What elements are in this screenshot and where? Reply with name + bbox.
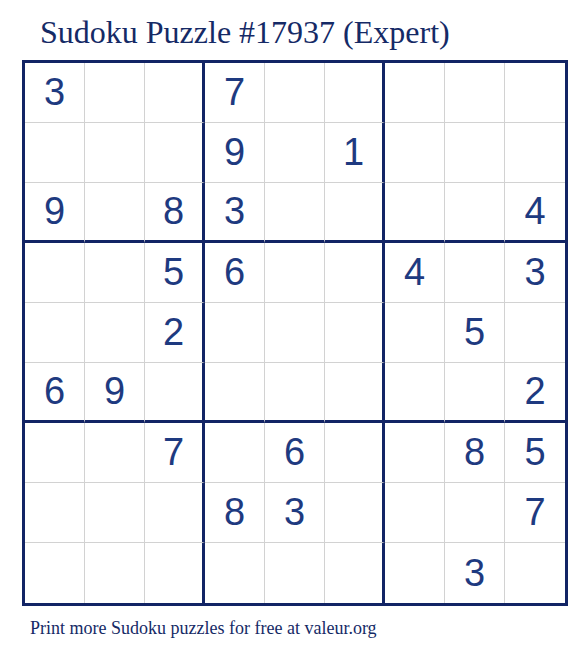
- cell-r5c7[interactable]: [385, 303, 445, 363]
- cell-r8c5[interactable]: 3: [265, 483, 325, 543]
- cell-r5c2[interactable]: [85, 303, 145, 363]
- cell-r7c1[interactable]: [25, 423, 85, 483]
- cell-r1c7[interactable]: [385, 63, 445, 123]
- cell-r3c5[interactable]: [265, 183, 325, 243]
- cell-r2c4[interactable]: 9: [205, 123, 265, 183]
- cell-r9c2[interactable]: [85, 543, 145, 603]
- cell-r5c9[interactable]: [505, 303, 565, 363]
- cell-r1c4[interactable]: 7: [205, 63, 265, 123]
- cell-r8c2[interactable]: [85, 483, 145, 543]
- cell-r4c6[interactable]: [325, 243, 385, 303]
- cell-r7c7[interactable]: [385, 423, 445, 483]
- cell-r8c1[interactable]: [25, 483, 85, 543]
- cell-r6c6[interactable]: [325, 363, 385, 423]
- cell-r9c8[interactable]: 3: [445, 543, 505, 603]
- cell-r6c1[interactable]: 6: [25, 363, 85, 423]
- cell-r1c6[interactable]: [325, 63, 385, 123]
- page-title: Sudoku Puzzle #17937 (Expert): [40, 14, 580, 51]
- cell-r9c3[interactable]: [145, 543, 205, 603]
- cell-r8c4[interactable]: 8: [205, 483, 265, 543]
- cell-r1c9[interactable]: [505, 63, 565, 123]
- cell-r7c8[interactable]: 8: [445, 423, 505, 483]
- cell-r1c3[interactable]: [145, 63, 205, 123]
- cell-r6c8[interactable]: [445, 363, 505, 423]
- cell-r5c8[interactable]: 5: [445, 303, 505, 363]
- cell-r8c9[interactable]: 7: [505, 483, 565, 543]
- cell-r2c6[interactable]: 1: [325, 123, 385, 183]
- cell-r1c8[interactable]: [445, 63, 505, 123]
- cell-r4c4[interactable]: 6: [205, 243, 265, 303]
- cell-r4c9[interactable]: 3: [505, 243, 565, 303]
- cell-r4c3[interactable]: 5: [145, 243, 205, 303]
- page: Sudoku Puzzle #17937 (Expert) 3791983456…: [0, 14, 580, 639]
- cell-r8c6[interactable]: [325, 483, 385, 543]
- cell-r2c3[interactable]: [145, 123, 205, 183]
- cell-r3c2[interactable]: [85, 183, 145, 243]
- cell-r9c4[interactable]: [205, 543, 265, 603]
- cell-r6c2[interactable]: 9: [85, 363, 145, 423]
- cell-r7c2[interactable]: [85, 423, 145, 483]
- cell-r5c4[interactable]: [205, 303, 265, 363]
- cell-r5c6[interactable]: [325, 303, 385, 363]
- cell-r6c9[interactable]: 2: [505, 363, 565, 423]
- cell-r9c9[interactable]: [505, 543, 565, 603]
- cell-r5c3[interactable]: 2: [145, 303, 205, 363]
- cell-r2c5[interactable]: [265, 123, 325, 183]
- cell-r3c6[interactable]: [325, 183, 385, 243]
- cell-r7c5[interactable]: 6: [265, 423, 325, 483]
- cell-r8c7[interactable]: [385, 483, 445, 543]
- cell-r4c7[interactable]: 4: [385, 243, 445, 303]
- cell-r9c5[interactable]: [265, 543, 325, 603]
- cell-r4c8[interactable]: [445, 243, 505, 303]
- cell-r7c6[interactable]: [325, 423, 385, 483]
- cell-r1c5[interactable]: [265, 63, 325, 123]
- cell-r3c7[interactable]: [385, 183, 445, 243]
- cell-r7c3[interactable]: 7: [145, 423, 205, 483]
- cell-r5c1[interactable]: [25, 303, 85, 363]
- cell-r3c1[interactable]: 9: [25, 183, 85, 243]
- cell-r6c7[interactable]: [385, 363, 445, 423]
- cell-r7c9[interactable]: 5: [505, 423, 565, 483]
- cell-r9c6[interactable]: [325, 543, 385, 603]
- cell-r3c4[interactable]: 3: [205, 183, 265, 243]
- footer-text: Print more Sudoku puzzles for free at va…: [30, 618, 580, 639]
- sudoku-board: 3791983456432569276858373: [22, 60, 568, 606]
- cell-r6c3[interactable]: [145, 363, 205, 423]
- cell-r5c5[interactable]: [265, 303, 325, 363]
- cell-r2c9[interactable]: [505, 123, 565, 183]
- cell-r2c7[interactable]: [385, 123, 445, 183]
- cell-r6c4[interactable]: [205, 363, 265, 423]
- cell-r3c9[interactable]: 4: [505, 183, 565, 243]
- cell-r2c2[interactable]: [85, 123, 145, 183]
- cell-r4c2[interactable]: [85, 243, 145, 303]
- cell-r7c4[interactable]: [205, 423, 265, 483]
- cell-r1c2[interactable]: [85, 63, 145, 123]
- cell-r8c3[interactable]: [145, 483, 205, 543]
- cell-r4c1[interactable]: [25, 243, 85, 303]
- cell-r1c1[interactable]: 3: [25, 63, 85, 123]
- cell-r2c8[interactable]: [445, 123, 505, 183]
- cell-r6c5[interactable]: [265, 363, 325, 423]
- cell-r9c1[interactable]: [25, 543, 85, 603]
- cell-r3c8[interactable]: [445, 183, 505, 243]
- cell-r3c3[interactable]: 8: [145, 183, 205, 243]
- cell-r9c7[interactable]: [385, 543, 445, 603]
- cell-r2c1[interactable]: [25, 123, 85, 183]
- cell-r8c8[interactable]: [445, 483, 505, 543]
- cell-r4c5[interactable]: [265, 243, 325, 303]
